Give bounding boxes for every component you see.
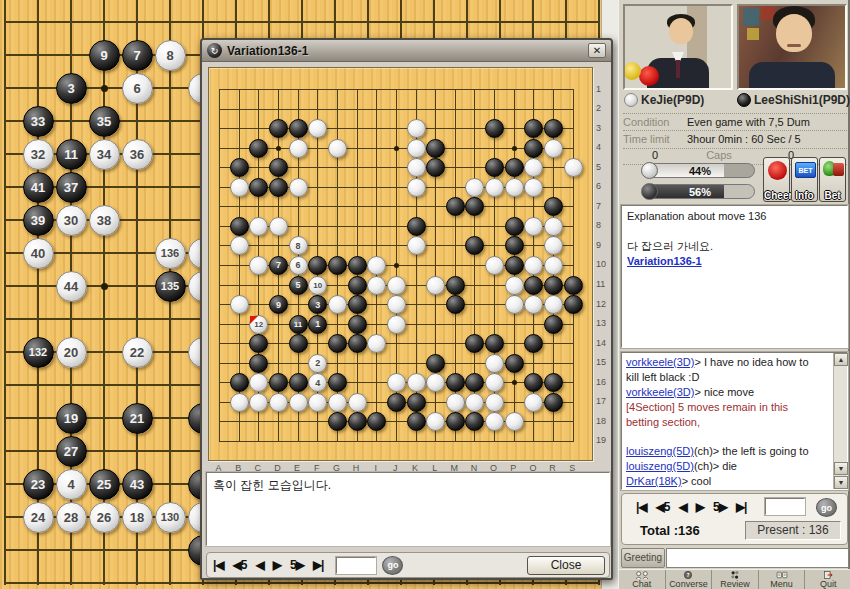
black-bet-gauge: 56%	[645, 184, 755, 199]
numbered-stone-26: 26	[89, 502, 120, 533]
stone	[328, 139, 347, 158]
row-label-16: 16	[596, 377, 612, 387]
stone	[485, 178, 504, 197]
player-photo-black	[737, 4, 847, 90]
stone	[328, 373, 347, 392]
variation-go-board[interactable]: 876510931211124	[208, 67, 593, 461]
scroll-down-icon[interactable]: ▼	[834, 462, 848, 475]
condition-label: Condition	[623, 116, 687, 130]
numbered-stone-40: 40	[23, 238, 54, 269]
numbered-stone-132: 132	[23, 337, 54, 368]
numbered-stone-30: 30	[56, 205, 87, 236]
cheer-rose-icon	[768, 161, 787, 180]
row-label-4: 4	[596, 142, 612, 152]
numbered-stone-5: 5	[289, 276, 308, 295]
nav-back5-button[interactable]: ◀5	[233, 558, 247, 572]
stone	[524, 178, 543, 197]
numbered-stone-3: 3	[56, 73, 87, 104]
stone	[249, 256, 268, 275]
grid-line	[219, 109, 574, 110]
stone	[564, 158, 583, 177]
move-nav-box: |◀ ◀5 ◀ ▶ 5▶ ▶| go Total :136 Present : …	[621, 493, 848, 545]
numbered-stone-38: 38	[89, 205, 120, 236]
stone	[289, 178, 308, 197]
chat-text: (ch)> the left is going to	[694, 445, 809, 457]
numbered-stone-25: 25	[89, 469, 120, 500]
stone	[544, 373, 563, 392]
time-limit-value: 3hour 0min : 60 Sec / 5	[687, 133, 801, 148]
stone	[446, 393, 465, 412]
player-white-name: KeJie(P9D)	[641, 93, 704, 107]
stone	[269, 119, 288, 138]
bet-info-icon: BET	[795, 162, 816, 178]
stone	[230, 217, 249, 236]
time-limit-label: Time limit	[623, 133, 687, 148]
quit-tool-label: Quit	[820, 579, 837, 589]
stone	[289, 139, 308, 158]
stone	[505, 295, 524, 314]
stone	[407, 412, 426, 431]
numbered-stone-23: 23	[23, 469, 54, 500]
stone	[289, 334, 308, 353]
stone	[367, 276, 386, 295]
stone	[505, 217, 524, 236]
stone	[367, 412, 386, 431]
people-icon	[630, 571, 654, 579]
stone	[407, 393, 426, 412]
row-label-14: 14	[596, 338, 612, 348]
nav-last-button[interactable]: ▶|	[736, 500, 747, 514]
stone	[544, 236, 563, 255]
numbered-stone-6: 6	[289, 256, 308, 275]
nav-forward5-button[interactable]: 5▶	[290, 558, 304, 572]
grid-line	[219, 441, 574, 442]
stone	[564, 295, 583, 314]
stone	[544, 139, 563, 158]
review-tool-button[interactable]: Review	[712, 570, 759, 589]
scroll-up-icon[interactable]: ▲	[834, 353, 848, 366]
row-label-8: 8	[596, 220, 612, 230]
grid-line	[219, 89, 574, 90]
black-gauge-knob[interactable]	[641, 183, 658, 200]
move-nav-buttons: |◀ ◀5 ◀ ▶ 5▶ ▶|	[636, 500, 755, 514]
stone	[348, 393, 367, 412]
stone	[407, 158, 426, 177]
numbered-stone-8: 8	[289, 236, 308, 255]
chat-message: vorkkeele(3D)> nice move	[626, 385, 818, 400]
stone	[544, 119, 563, 138]
stone	[544, 276, 563, 295]
stone	[308, 393, 327, 412]
star-point	[394, 263, 399, 268]
star-point	[101, 283, 108, 290]
numbered-stone-9: 9	[89, 40, 120, 71]
info-button[interactable]: BET Info	[791, 157, 818, 202]
mouth	[787, 44, 801, 47]
quit-tool-button[interactable]: Quit	[805, 570, 850, 589]
stone	[485, 158, 504, 177]
numbered-stone-7: 7	[269, 256, 288, 275]
present-move-label: Present : 136	[745, 521, 841, 540]
nav-back-button[interactable]: ◀	[679, 500, 687, 514]
stone	[485, 256, 504, 275]
numbered-stone-136: 136	[155, 238, 186, 269]
close-button[interactable]: Close	[527, 556, 605, 575]
numbered-stone-36: 36	[122, 139, 153, 170]
stone	[446, 412, 465, 431]
number-circle-icon: 7	[681, 571, 695, 579]
stone	[348, 276, 367, 295]
stone	[426, 276, 445, 295]
stone	[505, 178, 524, 197]
total-moves-label: Total :136	[640, 523, 700, 538]
stone	[524, 295, 543, 314]
numbered-stone-11: 11	[289, 315, 308, 334]
numbered-stone-44: 44	[56, 271, 87, 302]
stone	[544, 197, 563, 216]
stone	[348, 334, 367, 353]
stone	[505, 236, 524, 255]
nav-forward5-button[interactable]: 5▶	[713, 500, 727, 514]
star-point	[394, 146, 399, 151]
stone	[544, 217, 563, 236]
stone	[465, 373, 484, 392]
numbered-stone-8: 8	[155, 40, 186, 71]
stone	[465, 197, 484, 216]
chat-tool-button[interactable]: Chat	[619, 570, 666, 589]
stone	[564, 276, 583, 295]
chat-message: louiszeng(5D)(ch)> the left is going to	[626, 444, 818, 459]
nav-back5-button[interactable]: ◀5	[656, 500, 670, 514]
go-button[interactable]: go	[382, 556, 403, 575]
nav-first-button[interactable]: |◀	[213, 558, 224, 572]
stone	[387, 373, 406, 392]
star-point	[512, 146, 517, 151]
row-label-12: 12	[596, 299, 612, 309]
menu-tool-label: Menu	[770, 579, 793, 589]
info-panel: KeJie(P9D) LeeShiShi1(P9D) Condition Eve…	[618, 0, 850, 589]
stone	[407, 119, 426, 138]
row-label-13: 13	[596, 318, 612, 328]
stone	[328, 334, 347, 353]
stone	[308, 256, 327, 275]
move-number-input[interactable]	[765, 498, 805, 515]
stone	[348, 256, 367, 275]
player-black-row: LeeShiShi1(P9D)	[737, 93, 850, 107]
stone	[269, 178, 288, 197]
chat-username-link[interactable]: DrKar(18K)	[626, 475, 682, 487]
explanation-box: Explanation about move 136 다 잡으러 가네요. Va…	[621, 205, 848, 348]
stone	[524, 334, 543, 353]
stone	[249, 139, 268, 158]
stone	[446, 197, 465, 216]
cheer-button[interactable]: Cheer	[763, 157, 790, 202]
numbered-stone-27: 27	[56, 436, 87, 467]
stone	[505, 276, 524, 295]
chat-username-link[interactable]: louiszeng(5D)	[626, 445, 694, 457]
star-point	[101, 85, 108, 92]
row-label-6: 6	[596, 181, 612, 191]
chat-text: > nice move	[694, 386, 754, 398]
cheer-label: Cheer	[764, 190, 789, 201]
rose-yellow	[623, 62, 641, 80]
star-point	[276, 146, 281, 151]
variation-link[interactable]: Variation136-1	[627, 254, 842, 269]
condition-value: Even game with 7,5 Dum	[687, 116, 810, 130]
stone	[485, 334, 504, 353]
stone	[524, 119, 543, 138]
numbered-stone-35: 35	[89, 106, 120, 137]
stone	[426, 139, 445, 158]
review-tool-label: Review	[720, 579, 750, 589]
stone	[485, 354, 504, 373]
numbered-stone-6: 6	[122, 73, 153, 104]
stone	[249, 178, 268, 197]
time-limit-row: Time limit 3hour 0min : 60 Sec / 5	[623, 131, 847, 149]
tie	[676, 60, 680, 78]
stone	[269, 373, 288, 392]
stone	[544, 295, 563, 314]
numbered-stone-33: 33	[23, 106, 54, 137]
row-label-17: 17	[596, 396, 612, 406]
exit-door-icon	[821, 571, 836, 579]
row-label-11: 11	[596, 279, 612, 289]
menu-tool-button[interactable]: Menu	[759, 570, 806, 589]
svg-text:7: 7	[687, 573, 690, 578]
chat-username-link[interactable]: louiszeng(5D)	[626, 460, 694, 472]
stone	[524, 217, 543, 236]
stone	[485, 373, 504, 392]
go-client-screen: 9783633353211343641373930384013644135132…	[0, 0, 850, 589]
greeting-input[interactable]	[666, 548, 849, 568]
variation-window: ↻ Variation136-1 ✕ 876510931211124 ABCDE…	[200, 38, 613, 580]
grid-line	[4, 582, 600, 584]
move-number-input[interactable]	[336, 557, 376, 574]
caps-white-count: 0	[623, 149, 687, 164]
white-stone-icon	[624, 93, 638, 107]
chat-message: louiszeng(5D)(ch)> die	[626, 459, 818, 474]
stone	[230, 158, 249, 177]
stone	[328, 393, 347, 412]
stone	[407, 139, 426, 158]
stone	[505, 256, 524, 275]
bottom-toolbar: Chat 7 Converse Review Menu Quit	[619, 569, 850, 589]
chat-message	[626, 430, 818, 444]
player-black-name: LeeShiShi1(P9D)	[754, 93, 850, 107]
stone	[524, 256, 543, 275]
numbered-stone-1: 1	[308, 315, 327, 334]
chat-text: > cool	[682, 475, 712, 487]
stone	[249, 334, 268, 353]
stone	[328, 256, 347, 275]
stone	[387, 276, 406, 295]
go-button[interactable]: go	[816, 498, 837, 517]
stone	[269, 158, 288, 177]
row-label-3: 3	[596, 123, 612, 133]
stone	[524, 276, 543, 295]
bet-button[interactable]: Bet	[819, 157, 846, 202]
stone	[348, 412, 367, 431]
nav-forward-button[interactable]: ▶	[696, 500, 704, 514]
numbered-stone-34: 34	[89, 139, 120, 170]
caps-label: Caps	[687, 149, 751, 164]
player-photo-white	[623, 4, 733, 90]
stone	[465, 236, 484, 255]
stone	[249, 217, 268, 236]
bet-label: Bet	[820, 190, 845, 201]
stone	[367, 256, 386, 275]
stone	[387, 393, 406, 412]
numbered-stone-3: 3	[308, 295, 327, 314]
stone	[524, 373, 543, 392]
stone	[348, 315, 367, 334]
stone	[308, 119, 327, 138]
chat-message: vorkkeele(3D)> I have no idea how to kil…	[626, 355, 818, 385]
chat-message: [4Section] 5 moves remain in this bettin…	[626, 400, 818, 430]
stone	[348, 295, 367, 314]
chat-message: DrKar(18K)> cool	[626, 474, 818, 488]
stone	[289, 119, 308, 138]
numbered-stone-135: 135	[155, 271, 186, 302]
explanation-body: 다 잡으러 가네요.	[627, 239, 842, 254]
close-icon[interactable]: ✕	[588, 43, 606, 58]
star-point	[512, 380, 517, 385]
stone	[505, 412, 524, 431]
stone	[485, 412, 504, 431]
numbered-stone-39: 39	[23, 205, 54, 236]
stone	[230, 393, 249, 412]
converse-tool-label: Converse	[669, 579, 708, 589]
row-label-19: 19	[596, 435, 612, 445]
row-label-15: 15	[596, 357, 612, 367]
numbered-stone-12: 12	[249, 315, 268, 334]
stone	[407, 217, 426, 236]
stone	[465, 334, 484, 353]
chat-messages[interactable]: vorkkeele(3D)> I have no idea how to kil…	[624, 354, 820, 488]
numbered-stone-7: 7	[122, 40, 153, 71]
stone	[426, 412, 445, 431]
chat-text: (ch)> die	[694, 460, 737, 472]
variation-titlebar[interactable]: ↻ Variation136-1 ✕	[202, 40, 611, 62]
greeting-button[interactable]: Greeting	[621, 548, 665, 568]
numbered-stone-11: 11	[56, 139, 87, 170]
numbered-stone-10: 10	[308, 276, 327, 295]
stone	[289, 393, 308, 412]
condition-row: Condition Even game with 7,5 Dum	[623, 113, 847, 131]
stone	[407, 373, 426, 392]
numbered-stone-41: 41	[23, 172, 54, 203]
stone	[249, 354, 268, 373]
numbered-stone-28: 28	[56, 502, 87, 533]
stone	[465, 178, 484, 197]
last-move-marker	[250, 316, 258, 324]
chat-username-link[interactable]: vorkkeele(3D)	[626, 386, 694, 398]
stone	[230, 236, 249, 255]
grid-line	[573, 90, 574, 443]
explanation-title: Explanation about move 136	[627, 209, 842, 224]
numbered-stone-18: 18	[122, 502, 153, 533]
nav-back-button[interactable]: ◀	[256, 558, 264, 572]
stone	[269, 217, 288, 236]
rose-red	[639, 66, 659, 86]
stone	[544, 256, 563, 275]
stones-dots-icon	[727, 571, 743, 579]
stone	[367, 334, 386, 353]
player-white-row: KeJie(P9D)	[624, 93, 704, 107]
scroll-end-icon[interactable]: ▼	[834, 476, 848, 489]
stone	[328, 295, 347, 314]
stone	[505, 354, 524, 373]
row-label-10: 10	[596, 259, 612, 269]
variation-nav-bar: |◀ ◀5 ◀ ▶ 5▶ ▶| go Close	[206, 552, 610, 578]
white-bet-percent: 44%	[646, 164, 754, 178]
stone	[387, 295, 406, 314]
stone	[426, 373, 445, 392]
stone	[485, 119, 504, 138]
stone	[426, 158, 445, 177]
stone	[289, 373, 308, 392]
white-gauge-knob[interactable]	[641, 162, 658, 179]
bet-chips-icon	[833, 163, 844, 176]
stone	[269, 393, 288, 412]
chat-username-link[interactable]: vorkkeele(3D)	[626, 356, 694, 368]
stone	[230, 178, 249, 197]
numbered-stone-21: 21	[122, 403, 153, 434]
stone	[485, 393, 504, 412]
info-label: Info	[792, 190, 817, 201]
black-stone-icon	[737, 93, 751, 107]
variation-window-icon: ↻	[207, 43, 222, 58]
row-label-1: 1	[596, 84, 612, 94]
numbered-stone-19: 19	[56, 403, 87, 434]
stone	[544, 315, 563, 334]
stone	[446, 276, 465, 295]
numbered-stone-43: 43	[122, 469, 153, 500]
numbered-stone-130: 130	[155, 502, 186, 533]
grid-line	[219, 206, 574, 207]
chat-scrollbar[interactable]: ▲ ▼ ▼	[833, 353, 847, 489]
row-label-5: 5	[596, 162, 612, 172]
nav-last-button[interactable]: ▶|	[313, 558, 324, 572]
stone	[465, 393, 484, 412]
grid-line	[219, 343, 574, 344]
numbered-stone-24: 24	[23, 502, 54, 533]
stone	[505, 158, 524, 177]
stone	[426, 354, 445, 373]
white-bet-gauge: 44%	[645, 163, 755, 178]
row-label-2: 2	[596, 103, 612, 113]
chat-box: vorkkeele(3D)> I have no idea how to kil…	[621, 352, 848, 490]
nav-first-button[interactable]: |◀	[636, 500, 647, 514]
stone	[249, 373, 268, 392]
numbered-stone-20: 20	[56, 337, 87, 368]
stone	[249, 393, 268, 412]
stone	[407, 236, 426, 255]
numbered-stone-4: 4	[56, 469, 87, 500]
stone	[524, 158, 543, 177]
stone	[446, 373, 465, 392]
stone	[465, 412, 484, 431]
stone	[544, 393, 563, 412]
converse-tool-button[interactable]: 7 Converse	[666, 570, 713, 589]
grid-line	[4, 21, 600, 23]
numbered-stone-9: 9	[269, 295, 288, 314]
nav-forward-button[interactable]: ▶	[273, 558, 281, 572]
numbered-stone-2: 2	[308, 354, 327, 373]
row-label-7: 7	[596, 201, 612, 211]
row-label-9: 9	[596, 240, 612, 250]
chat-tool-label: Chat	[632, 579, 651, 589]
